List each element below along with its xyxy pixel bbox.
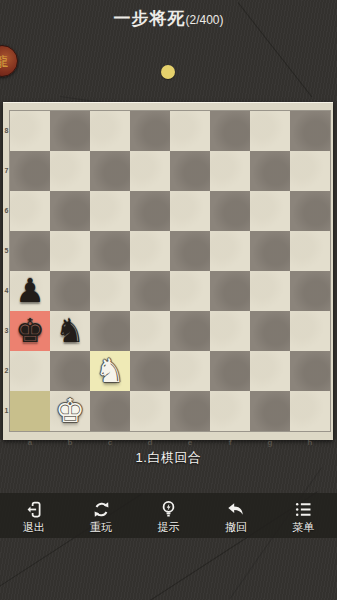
- square-d6[interactable]: [130, 191, 170, 231]
- level-progress: (2/400): [185, 13, 223, 27]
- square-e4[interactable]: [170, 271, 210, 311]
- square-f6[interactable]: [210, 191, 250, 231]
- undo-button[interactable]: 撤回: [202, 493, 269, 538]
- square-h2[interactable]: [290, 351, 330, 391]
- square-d1[interactable]: [130, 391, 170, 431]
- square-h7[interactable]: [290, 151, 330, 191]
- file-labels: abcdefgh: [10, 431, 330, 440]
- square-d5[interactable]: [130, 231, 170, 271]
- rank-label-4: 4: [3, 271, 10, 311]
- piece-black-knight[interactable]: ♞: [50, 311, 90, 351]
- square-g4[interactable]: [250, 271, 290, 311]
- square-e5[interactable]: [170, 231, 210, 271]
- file-label-f: f: [210, 438, 250, 447]
- square-h8[interactable]: [290, 111, 330, 151]
- square-b1[interactable]: ♚: [50, 391, 90, 431]
- square-g2[interactable]: [250, 351, 290, 391]
- turn-text: 1.白棋回合: [0, 449, 337, 467]
- square-h5[interactable]: [290, 231, 330, 271]
- square-f2[interactable]: [210, 351, 250, 391]
- chess-board[interactable]: 87654321 ♟♚♞♞♚ abcdefgh: [3, 102, 333, 440]
- undo-label: 撤回: [225, 521, 247, 533]
- square-c3[interactable]: [90, 311, 130, 351]
- file-label-a: a: [10, 438, 50, 447]
- file-label-g: g: [250, 438, 290, 447]
- square-a1[interactable]: [10, 391, 50, 431]
- menu-icon: [293, 499, 314, 520]
- square-c7[interactable]: [90, 151, 130, 191]
- bottom-toolbar: 退出重玩提示撤回菜单: [0, 493, 337, 538]
- square-g7[interactable]: [250, 151, 290, 191]
- square-b7[interactable]: [50, 151, 90, 191]
- square-d8[interactable]: [130, 111, 170, 151]
- file-label-c: c: [90, 438, 130, 447]
- board-squares: ♟♚♞♞♚: [10, 111, 330, 431]
- rank-label-7: 7: [3, 151, 10, 191]
- square-h6[interactable]: [290, 191, 330, 231]
- square-d7[interactable]: [130, 151, 170, 191]
- rank-label-1: 1: [3, 391, 10, 431]
- piece-white-king[interactable]: ♚: [50, 391, 90, 431]
- square-e6[interactable]: [170, 191, 210, 231]
- square-g6[interactable]: [250, 191, 290, 231]
- square-g3[interactable]: [250, 311, 290, 351]
- square-d3[interactable]: [130, 311, 170, 351]
- background-bottom: [0, 538, 337, 600]
- square-e3[interactable]: [170, 311, 210, 351]
- piece-white-knight[interactable]: ♞: [90, 351, 130, 391]
- file-label-b: b: [50, 438, 90, 447]
- undo-icon: [225, 499, 246, 520]
- square-a8[interactable]: [10, 111, 50, 151]
- file-label-e: e: [170, 438, 210, 447]
- square-g8[interactable]: [250, 111, 290, 151]
- rank-label-3: 3: [3, 311, 10, 351]
- square-a3[interactable]: ♚: [10, 311, 50, 351]
- piece-black-pawn[interactable]: ♟: [10, 271, 50, 311]
- replay-button[interactable]: 重玩: [67, 493, 134, 538]
- square-a5[interactable]: [10, 231, 50, 271]
- square-a4[interactable]: ♟: [10, 271, 50, 311]
- square-h4[interactable]: [290, 271, 330, 311]
- square-c6[interactable]: [90, 191, 130, 231]
- square-f8[interactable]: [210, 111, 250, 151]
- square-e8[interactable]: [170, 111, 210, 151]
- turn-indicator-dot: [161, 65, 175, 79]
- header: 一步将死(2/400): [0, 7, 337, 30]
- rank-label-8: 8: [3, 111, 10, 151]
- square-a2[interactable]: [10, 351, 50, 391]
- square-c5[interactable]: [90, 231, 130, 271]
- rank-label-6: 6: [3, 191, 10, 231]
- square-c8[interactable]: [90, 111, 130, 151]
- menu-button[interactable]: 菜单: [270, 493, 337, 538]
- square-g1[interactable]: [250, 391, 290, 431]
- exit-label: 退出: [23, 521, 45, 533]
- square-a7[interactable]: [10, 151, 50, 191]
- square-c4[interactable]: [90, 271, 130, 311]
- menu-label: 菜单: [292, 521, 314, 533]
- hint-button[interactable]: 提示: [135, 493, 202, 538]
- square-b5[interactable]: [50, 231, 90, 271]
- hint-icon: [158, 499, 179, 520]
- page-title: 一步将死: [113, 9, 185, 28]
- replay-label: 重玩: [90, 521, 112, 533]
- square-b4[interactable]: [50, 271, 90, 311]
- square-h3[interactable]: [290, 311, 330, 351]
- replay-icon: [91, 499, 112, 520]
- square-b8[interactable]: [50, 111, 90, 151]
- rank-label-2: 2: [3, 351, 10, 391]
- hint-label: 提示: [158, 521, 180, 533]
- square-c1[interactable]: [90, 391, 130, 431]
- rank-labels: 87654321: [3, 111, 10, 431]
- square-f4[interactable]: [210, 271, 250, 311]
- square-a6[interactable]: [10, 191, 50, 231]
- exit-icon: [23, 499, 44, 520]
- badge-emblem: 龍: [0, 55, 9, 68]
- square-h1[interactable]: [290, 391, 330, 431]
- square-e2[interactable]: [170, 351, 210, 391]
- piece-black-king[interactable]: ♚: [10, 311, 50, 351]
- square-d4[interactable]: [130, 271, 170, 311]
- square-g5[interactable]: [250, 231, 290, 271]
- square-e7[interactable]: [170, 151, 210, 191]
- square-f7[interactable]: [210, 151, 250, 191]
- file-label-d: d: [130, 438, 170, 447]
- square-b6[interactable]: [50, 191, 90, 231]
- square-b2[interactable]: [50, 351, 90, 391]
- square-f3[interactable]: [210, 311, 250, 351]
- square-b3[interactable]: ♞: [50, 311, 90, 351]
- square-e1[interactable]: [170, 391, 210, 431]
- square-c2[interactable]: ♞: [90, 351, 130, 391]
- file-label-h: h: [290, 438, 330, 447]
- rank-label-5: 5: [3, 231, 10, 271]
- exit-button[interactable]: 退出: [0, 493, 67, 538]
- square-d2[interactable]: [130, 351, 170, 391]
- square-f5[interactable]: [210, 231, 250, 271]
- app-screen: 一步将死(2/400) 龍 87654321 ♟♚♞♞♚ abcdefgh 1.…: [0, 0, 337, 600]
- square-f1[interactable]: [210, 391, 250, 431]
